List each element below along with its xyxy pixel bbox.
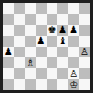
square-a4[interactable]: ♟ bbox=[3, 47, 14, 58]
square-c2[interactable] bbox=[25, 68, 36, 79]
square-g1[interactable]: ♔ bbox=[68, 79, 79, 90]
square-b2[interactable] bbox=[14, 68, 25, 79]
black-bishop[interactable]: ♝ bbox=[58, 36, 67, 46]
square-a7[interactable] bbox=[3, 14, 14, 25]
square-b4[interactable] bbox=[14, 47, 25, 58]
square-c6[interactable] bbox=[25, 25, 36, 36]
square-h4[interactable]: ♙ bbox=[79, 47, 90, 58]
square-f6[interactable]: ♟ bbox=[57, 25, 68, 36]
square-h3[interactable] bbox=[79, 57, 90, 68]
square-g5[interactable] bbox=[68, 36, 79, 47]
black-pawn[interactable]: ♟ bbox=[37, 36, 46, 46]
square-g7[interactable] bbox=[68, 14, 79, 25]
chess-board: ♚♟♟♟♝♟♙♗♙♔ bbox=[3, 3, 90, 90]
square-h2[interactable] bbox=[79, 68, 90, 79]
square-f4[interactable] bbox=[57, 47, 68, 58]
square-g6[interactable]: ♟ bbox=[68, 25, 79, 36]
white-king[interactable]: ♔ bbox=[69, 80, 78, 90]
square-d6[interactable] bbox=[36, 25, 47, 36]
square-b7[interactable] bbox=[14, 14, 25, 25]
square-b5[interactable] bbox=[14, 36, 25, 47]
square-d4[interactable] bbox=[36, 47, 47, 58]
square-a3[interactable] bbox=[3, 57, 14, 68]
square-e5[interactable] bbox=[47, 36, 58, 47]
chess-board-frame: ♚♟♟♟♝♟♙♗♙♔ bbox=[0, 0, 93, 93]
square-a6[interactable] bbox=[3, 25, 14, 36]
square-b3[interactable] bbox=[14, 57, 25, 68]
square-d2[interactable] bbox=[36, 68, 47, 79]
square-f2[interactable] bbox=[57, 68, 68, 79]
white-pawn[interactable]: ♙ bbox=[69, 69, 78, 79]
square-h1[interactable] bbox=[79, 79, 90, 90]
square-d3[interactable] bbox=[36, 57, 47, 68]
square-c1[interactable] bbox=[25, 79, 36, 90]
square-h7[interactable] bbox=[79, 14, 90, 25]
square-d1[interactable] bbox=[36, 79, 47, 90]
square-b8[interactable] bbox=[14, 3, 25, 14]
square-c4[interactable] bbox=[25, 47, 36, 58]
square-f8[interactable] bbox=[57, 3, 68, 14]
square-d5[interactable]: ♟ bbox=[36, 36, 47, 47]
square-a8[interactable] bbox=[3, 3, 14, 14]
square-c3[interactable]: ♗ bbox=[25, 57, 36, 68]
square-f5[interactable]: ♝ bbox=[57, 36, 68, 47]
square-c5[interactable] bbox=[25, 36, 36, 47]
black-king[interactable]: ♚ bbox=[47, 25, 56, 35]
square-e2[interactable] bbox=[47, 68, 58, 79]
square-g4[interactable] bbox=[68, 47, 79, 58]
square-f7[interactable] bbox=[57, 14, 68, 25]
square-e3[interactable] bbox=[47, 57, 58, 68]
square-h6[interactable] bbox=[79, 25, 90, 36]
square-h8[interactable] bbox=[79, 3, 90, 14]
square-e6[interactable]: ♚ bbox=[47, 25, 58, 36]
black-pawn[interactable]: ♟ bbox=[69, 25, 78, 35]
square-b6[interactable] bbox=[14, 25, 25, 36]
square-a1[interactable] bbox=[3, 79, 14, 90]
square-f1[interactable] bbox=[57, 79, 68, 90]
square-e8[interactable] bbox=[47, 3, 58, 14]
square-b1[interactable] bbox=[14, 79, 25, 90]
square-e7[interactable] bbox=[47, 14, 58, 25]
white-pawn[interactable]: ♙ bbox=[80, 47, 89, 57]
black-pawn[interactable]: ♟ bbox=[58, 25, 67, 35]
square-a2[interactable] bbox=[3, 68, 14, 79]
white-bishop[interactable]: ♗ bbox=[26, 58, 35, 68]
square-h5[interactable] bbox=[79, 36, 90, 47]
square-c8[interactable] bbox=[25, 3, 36, 14]
square-g2[interactable]: ♙ bbox=[68, 68, 79, 79]
black-pawn[interactable]: ♟ bbox=[4, 47, 13, 57]
square-e4[interactable] bbox=[47, 47, 58, 58]
square-d8[interactable] bbox=[36, 3, 47, 14]
square-g3[interactable] bbox=[68, 57, 79, 68]
square-c7[interactable] bbox=[25, 14, 36, 25]
square-e1[interactable] bbox=[47, 79, 58, 90]
square-d7[interactable] bbox=[36, 14, 47, 25]
square-f3[interactable] bbox=[57, 57, 68, 68]
square-a5[interactable] bbox=[3, 36, 14, 47]
square-g8[interactable] bbox=[68, 3, 79, 14]
